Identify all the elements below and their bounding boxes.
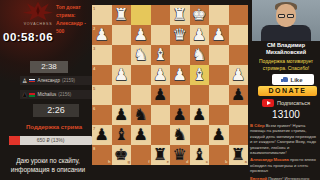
white-knight: ♞	[131, 45, 151, 65]
square-c6[interactable]: ♟	[190, 105, 210, 125]
rank-label: 5	[93, 86, 95, 91]
square-f6[interactable]: ♞	[131, 105, 151, 125]
like-label: Like	[290, 77, 302, 83]
square-f2[interactable]: ♟	[131, 25, 151, 45]
square-f3[interactable]: ♞	[131, 45, 151, 65]
chat-message-text: Всем привет! Нужна помощь на развитие ст…	[250, 123, 316, 155]
file-label: d	[186, 159, 188, 164]
square-e8[interactable]: e♜	[151, 145, 171, 165]
black-bishop: ♝	[112, 125, 132, 145]
square-b8[interactable]: b	[209, 145, 229, 165]
black-side-icon: ♟	[22, 90, 27, 99]
file-label: e	[167, 159, 169, 164]
square-b6[interactable]	[209, 105, 229, 125]
chat-message: Александр Москва просто влево обводил на…	[250, 157, 319, 173]
player-bar-white: ♙Александр(2159)	[20, 76, 92, 85]
rank-label: 1	[93, 6, 95, 11]
rank-label: 4	[93, 66, 95, 71]
square-e3[interactable]: ♝	[151, 45, 171, 65]
white-pawn: ♟	[131, 25, 151, 45]
streamer-name-line1: СМ Владимир	[252, 42, 320, 49]
black-pawn: ♟	[209, 125, 229, 145]
flag-icon	[29, 93, 35, 97]
subscribe-button[interactable]: Подписаться	[253, 98, 319, 108]
top-donor-label: Топ донат стрима:	[56, 3, 94, 19]
black-pawn: ♟	[151, 85, 171, 105]
square-h5[interactable]: 5	[92, 85, 112, 105]
streamer-name: СМ Владимир Михайловский	[252, 42, 320, 56]
square-h4[interactable]: 4	[92, 65, 112, 85]
black-pawn: ♟	[131, 125, 151, 145]
player-rating: (2159)	[62, 78, 75, 83]
support-message-line1: Поддержка мотивирует	[252, 58, 320, 65]
subscriber-count: 13100	[252, 109, 320, 120]
file-label: h	[108, 159, 110, 164]
white-bishop: ♝	[151, 45, 171, 65]
eagle-emblem-icon	[21, 1, 55, 21]
square-g7[interactable]: ♝	[112, 125, 132, 145]
square-g5[interactable]	[112, 85, 132, 105]
white-pawn: ♟	[151, 65, 171, 85]
square-g4[interactable]: ♟	[112, 65, 132, 85]
donate-button[interactable]: DONATE	[258, 86, 317, 96]
black-knight: ♞	[131, 105, 151, 125]
square-d1[interactable]: ♜	[170, 5, 190, 25]
square-a5[interactable]: ♟	[229, 85, 249, 105]
file-label: a	[245, 159, 247, 164]
square-a7[interactable]	[229, 125, 249, 145]
white-bishop: ♝	[190, 65, 210, 85]
player-name: Александр	[37, 78, 60, 83]
square-a4[interactable]: ♟	[229, 65, 249, 85]
square-f4[interactable]	[131, 65, 151, 85]
square-b7[interactable]: ♟	[209, 125, 229, 145]
square-d6[interactable]: ♟	[170, 105, 190, 125]
square-b5[interactable]	[209, 85, 229, 105]
file-label: c	[206, 159, 208, 164]
lessons-note-line2: информация в описании	[2, 165, 94, 174]
square-e1[interactable]	[151, 5, 171, 25]
streamer-name-line2: Михайловский	[252, 49, 320, 56]
white-king: ♚	[190, 5, 210, 25]
youtube-play-icon	[262, 99, 274, 107]
white-pawn: ♟	[209, 25, 229, 45]
square-b1[interactable]	[209, 5, 229, 25]
chat-message-author: Александр Москва	[250, 157, 290, 162]
file-label: f	[148, 159, 149, 164]
white-pawn: ♟	[190, 25, 210, 45]
square-d3[interactable]	[170, 45, 190, 65]
square-f7[interactable]: ♟	[131, 125, 151, 145]
square-h3[interactable]: 3	[92, 45, 112, 65]
square-d7[interactable]: ♞	[170, 125, 190, 145]
square-g1[interactable]: ♜	[112, 5, 132, 25]
square-a3[interactable]	[229, 45, 249, 65]
white-pawn: ♟	[229, 65, 249, 85]
square-c4[interactable]: ♝	[190, 65, 210, 85]
white-rook: ♜	[170, 5, 190, 25]
square-d5[interactable]	[170, 85, 190, 105]
square-c5[interactable]	[190, 85, 210, 105]
square-e4[interactable]: ♟	[151, 65, 171, 85]
player-name: Michailus	[37, 92, 56, 97]
square-h1[interactable]: 1	[92, 5, 112, 25]
white-pawn: ♟	[170, 65, 190, 85]
square-g2[interactable]	[112, 25, 132, 45]
black-pawn: ♟	[170, 105, 190, 125]
donation-progress-bar: 650 ₽ (13%)	[9, 136, 92, 145]
flag-icon	[29, 79, 35, 83]
square-g8[interactable]: g♚	[112, 145, 132, 165]
top-donor: Топ донат стрима: Александр - 500	[56, 3, 94, 35]
black-knight: ♞	[170, 125, 190, 145]
support-message-line2: стримера. Спасибо!	[252, 65, 320, 72]
square-e6[interactable]	[151, 105, 171, 125]
square-a8[interactable]: a♜	[229, 145, 249, 165]
logo-text: VOVACHESS	[16, 22, 60, 26]
white-side-icon: ♙	[22, 76, 27, 85]
file-label: g	[128, 159, 130, 164]
rank-label: 3	[93, 46, 95, 51]
square-c8[interactable]: c♝	[190, 145, 210, 165]
rank-label: 6	[93, 106, 95, 111]
square-h8[interactable]: 8h	[92, 145, 112, 165]
lessons-note: Даю уроки по скайпу, информация в описан…	[2, 156, 94, 174]
clock-black: 2:26	[33, 104, 79, 117]
square-a6[interactable]	[229, 105, 249, 125]
white-rook: ♜	[112, 5, 132, 25]
square-b2[interactable]: ♟	[209, 25, 229, 45]
black-pawn: ♟	[112, 105, 132, 125]
donation-messages: В Сбер Всем привет! Нужна помощь на разв…	[250, 123, 319, 180]
clock-white: 2:38	[30, 61, 68, 73]
square-b3[interactable]	[209, 45, 229, 65]
black-pawn: ♟	[190, 105, 210, 125]
square-c3[interactable]: ♞	[190, 45, 210, 65]
white-queen: ♛	[170, 25, 190, 45]
webcam	[252, 0, 320, 41]
vovachess-logo: VOVACHESS	[16, 1, 60, 26]
rank-label: 7	[93, 126, 95, 131]
square-h7[interactable]: 7♟	[92, 125, 112, 145]
rank-label: 8	[93, 146, 95, 151]
stream-screen: VOVACHESS Топ донат стрима: Александр - …	[0, 0, 320, 180]
square-d8[interactable]: d♛	[170, 145, 190, 165]
support-message: Поддержка мотивирует стримера. Спасибо!	[252, 58, 320, 71]
square-e5[interactable]: ♟	[151, 85, 171, 105]
square-h6[interactable]: 6	[92, 105, 112, 125]
chess-board[interactable]: 1♜♜♚2♟♟♛♟♟3♞♝♞4♟♟♟♝♟5♟♟6♟♞♟♟7♟♝♟♞♟8hg♚fe…	[92, 5, 248, 165]
support-title: Поддержка стрима	[18, 124, 90, 130]
chat-message-author: Евгений	[250, 176, 268, 180]
chat-message: В Сбер Всем привет! Нужна помощь на разв…	[250, 123, 319, 155]
square-a1[interactable]	[229, 5, 249, 25]
square-h2[interactable]: 2♟	[92, 25, 112, 45]
chat-message-author: В Сбер	[250, 123, 266, 128]
player-rating: (2156)	[58, 92, 71, 97]
square-d4[interactable]: ♟	[170, 65, 190, 85]
square-g6[interactable]: ♟	[112, 105, 132, 125]
square-a2[interactable]	[229, 25, 249, 45]
lessons-note-line1: Даю уроки по скайпу,	[2, 156, 94, 165]
thumbs-up-icon	[283, 77, 288, 82]
rank-label: 2	[93, 26, 95, 31]
stream-timer: 00:58:06	[3, 31, 53, 43]
square-f1[interactable]	[131, 5, 151, 25]
square-c2[interactable]: ♟	[190, 25, 210, 45]
square-f8[interactable]: f	[131, 145, 151, 165]
square-c1[interactable]: ♚	[190, 5, 210, 25]
file-label: b	[225, 159, 227, 164]
streamer-shirt	[261, 25, 311, 41]
square-c7[interactable]	[190, 125, 210, 145]
square-e2[interactable]	[151, 25, 171, 45]
like-button[interactable]: Like	[272, 74, 314, 85]
square-e7[interactable]	[151, 125, 171, 145]
progress-text: 650 ₽ (13%)	[9, 136, 92, 145]
subscribe-label: Подписаться	[277, 100, 310, 106]
white-knight: ♞	[190, 45, 210, 65]
square-d2[interactable]: ♛	[170, 25, 190, 45]
black-pawn: ♟	[229, 85, 249, 105]
top-donor-value: Александр - 500	[56, 19, 94, 35]
glasses-icon	[278, 14, 294, 18]
square-b4[interactable]	[209, 65, 229, 85]
chat-message: Евгений Привет! Интересного стрима!	[250, 176, 319, 180]
square-f5[interactable]	[131, 85, 151, 105]
square-g3[interactable]	[112, 45, 132, 65]
player-bar-black: ♟Michailus(2156)	[20, 90, 92, 99]
white-pawn: ♟	[112, 65, 132, 85]
